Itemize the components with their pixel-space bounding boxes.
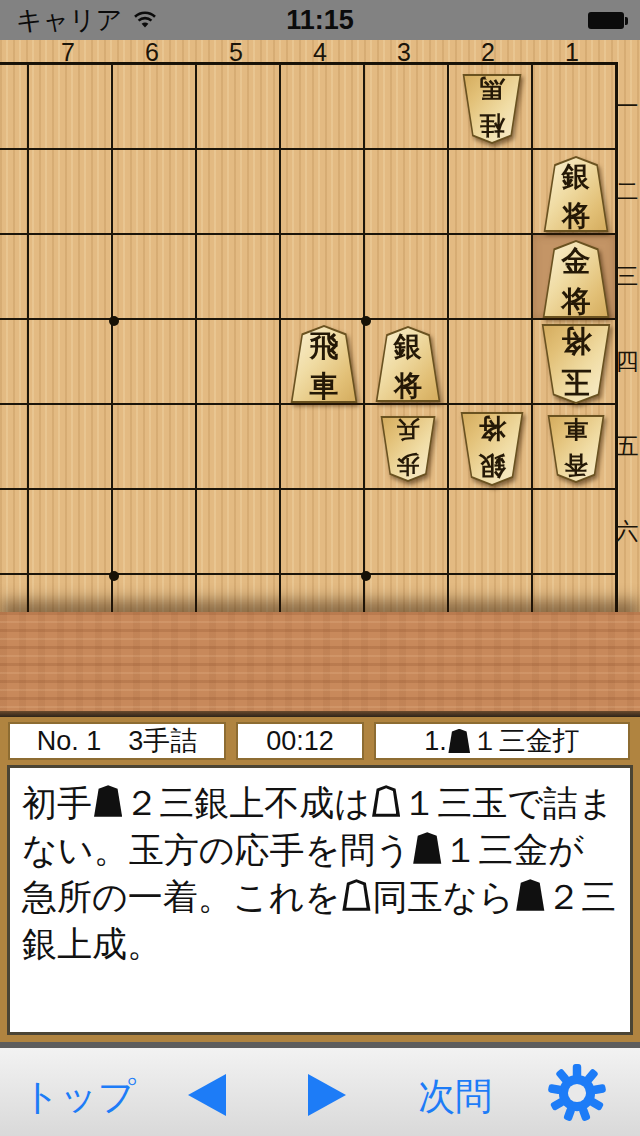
next-problem-button[interactable]: 次問 [418, 1072, 492, 1122]
square-6-7[interactable] [112, 574, 196, 612]
square-2-6[interactable] [448, 489, 532, 574]
board-star-point [109, 316, 119, 326]
square-1-6[interactable] [532, 489, 616, 574]
square-3-1[interactable] [364, 64, 448, 149]
square-8-7[interactable] [0, 574, 28, 612]
square-6-2[interactable] [112, 149, 196, 234]
shogi-board-region: 7654321 桂馬銀将金将玉将飛車銀将歩兵銀将香車 一二三四五六 [0, 40, 640, 612]
square-2-3[interactable] [448, 234, 532, 319]
file-labels: 7654321 [0, 40, 640, 62]
square-6-1[interactable] [112, 64, 196, 149]
sente-silver-1-2[interactable]: 銀将 [543, 156, 609, 232]
board-star-point [361, 316, 371, 326]
sente-piece-mark [94, 785, 123, 817]
square-7-7[interactable] [28, 574, 112, 612]
square-4-6[interactable] [280, 489, 364, 574]
board-star-point [361, 571, 371, 581]
square-8-2[interactable] [0, 149, 28, 234]
square-8-6[interactable] [0, 489, 28, 574]
square-6-4[interactable] [112, 319, 196, 404]
next-move-button right-triangle-icon[interactable] [308, 1074, 346, 1116]
square-6-5[interactable] [112, 404, 196, 489]
square-4-3[interactable] [280, 234, 364, 319]
gote-pawn-3-5[interactable]: 歩兵 [380, 416, 436, 482]
rank-label-4: 四 [614, 346, 640, 377]
square-3-3[interactable] [364, 234, 448, 319]
square-2-4[interactable] [448, 319, 532, 404]
square-7-1[interactable] [28, 64, 112, 149]
sente-silver-3-4[interactable]: 銀将 [375, 326, 441, 402]
toolbar-divider [0, 1042, 640, 1048]
problem-number-box: No. 1 3手詰 [8, 722, 226, 760]
square-7-6[interactable] [28, 489, 112, 574]
gote-silver-2-5[interactable]: 銀将 [460, 412, 524, 486]
explanation-text: 初手２三銀上不成は１三玉で詰まない。玉方の応手を問う１三金が急所の一着。これを同… [7, 765, 633, 1035]
square-5-7[interactable] [196, 574, 280, 612]
gote-knight-2-1[interactable]: 桂馬 [462, 74, 522, 144]
square-1-1[interactable] [532, 64, 616, 149]
gote-lance-1-5[interactable]: 香車 [547, 415, 605, 483]
sente-piece-mark [413, 832, 442, 864]
app-screen: キャリア 11:15 7654321 桂馬銀将金将玉将飛車銀将歩兵銀将香車 一二… [0, 0, 640, 1136]
square-4-1[interactable] [280, 64, 364, 149]
sente-piece-mark [516, 879, 545, 911]
rank-label-6: 六 [614, 516, 640, 547]
square-4-7[interactable] [280, 574, 364, 612]
sente-piece-mark [448, 729, 470, 753]
status-bar: キャリア 11:15 [0, 0, 640, 40]
square-2-7[interactable] [448, 574, 532, 612]
bottom-toolbar: トップ 次問 [0, 1042, 640, 1136]
square-7-2[interactable] [28, 149, 112, 234]
square-7-3[interactable] [28, 234, 112, 319]
shogi-board[interactable]: 桂馬銀将金将玉将飛車銀将歩兵銀将香車 [0, 62, 618, 612]
rank-labels: 一二三四五六 [614, 40, 640, 612]
square-2-2[interactable] [448, 149, 532, 234]
square-5-5[interactable] [196, 404, 280, 489]
rank-label-1: 一 [614, 91, 640, 122]
timer-box: 00:12 [236, 722, 364, 760]
rank-label-2: 二 [614, 176, 640, 207]
square-3-2[interactable] [364, 149, 448, 234]
square-8-5[interactable] [0, 404, 28, 489]
square-8-4[interactable] [0, 319, 28, 404]
square-5-4[interactable] [196, 319, 280, 404]
square-3-7[interactable] [364, 574, 448, 612]
prev-move-button left-triangle-icon[interactable] [188, 1074, 226, 1116]
square-5-2[interactable] [196, 149, 280, 234]
top-button[interactable]: トップ [22, 1072, 136, 1122]
gote-piece-mark [372, 785, 401, 817]
sente-gold-1-3[interactable]: 金将 [542, 240, 610, 318]
square-8-1[interactable] [0, 64, 28, 149]
square-1-7[interactable] [532, 574, 616, 612]
clock: 11:15 [0, 5, 640, 36]
sente-rook-4-4[interactable]: 飛車 [290, 325, 358, 403]
settings-button gear-icon[interactable] [548, 1064, 606, 1122]
explanation-panel: 初手２三銀上不成は１三玉で詰まない。玉方の応手を問う１三金が急所の一着。これを同… [0, 765, 640, 1042]
current-move-box[interactable]: 1. １三金打 [374, 722, 630, 760]
gote-king-1-4[interactable]: 玉将 [541, 324, 611, 404]
square-5-6[interactable] [196, 489, 280, 574]
square-4-2[interactable] [280, 149, 364, 234]
square-6-6[interactable] [112, 489, 196, 574]
info-bar: No. 1 3手詰 00:12 1. １三金打 [0, 717, 640, 765]
square-5-1[interactable] [196, 64, 280, 149]
square-5-3[interactable] [196, 234, 280, 319]
square-7-5[interactable] [28, 404, 112, 489]
square-7-4[interactable] [28, 319, 112, 404]
board-star-point [109, 571, 119, 581]
battery-icon [588, 12, 628, 29]
square-3-6[interactable] [364, 489, 448, 574]
square-8-3[interactable] [0, 234, 28, 319]
rank-label-5: 五 [614, 431, 640, 462]
gote-piece-mark [342, 879, 371, 911]
square-6-3[interactable] [112, 234, 196, 319]
rank-label-3: 三 [614, 261, 640, 292]
square-4-5[interactable] [280, 404, 364, 489]
piece-stand-tray [0, 612, 640, 717]
